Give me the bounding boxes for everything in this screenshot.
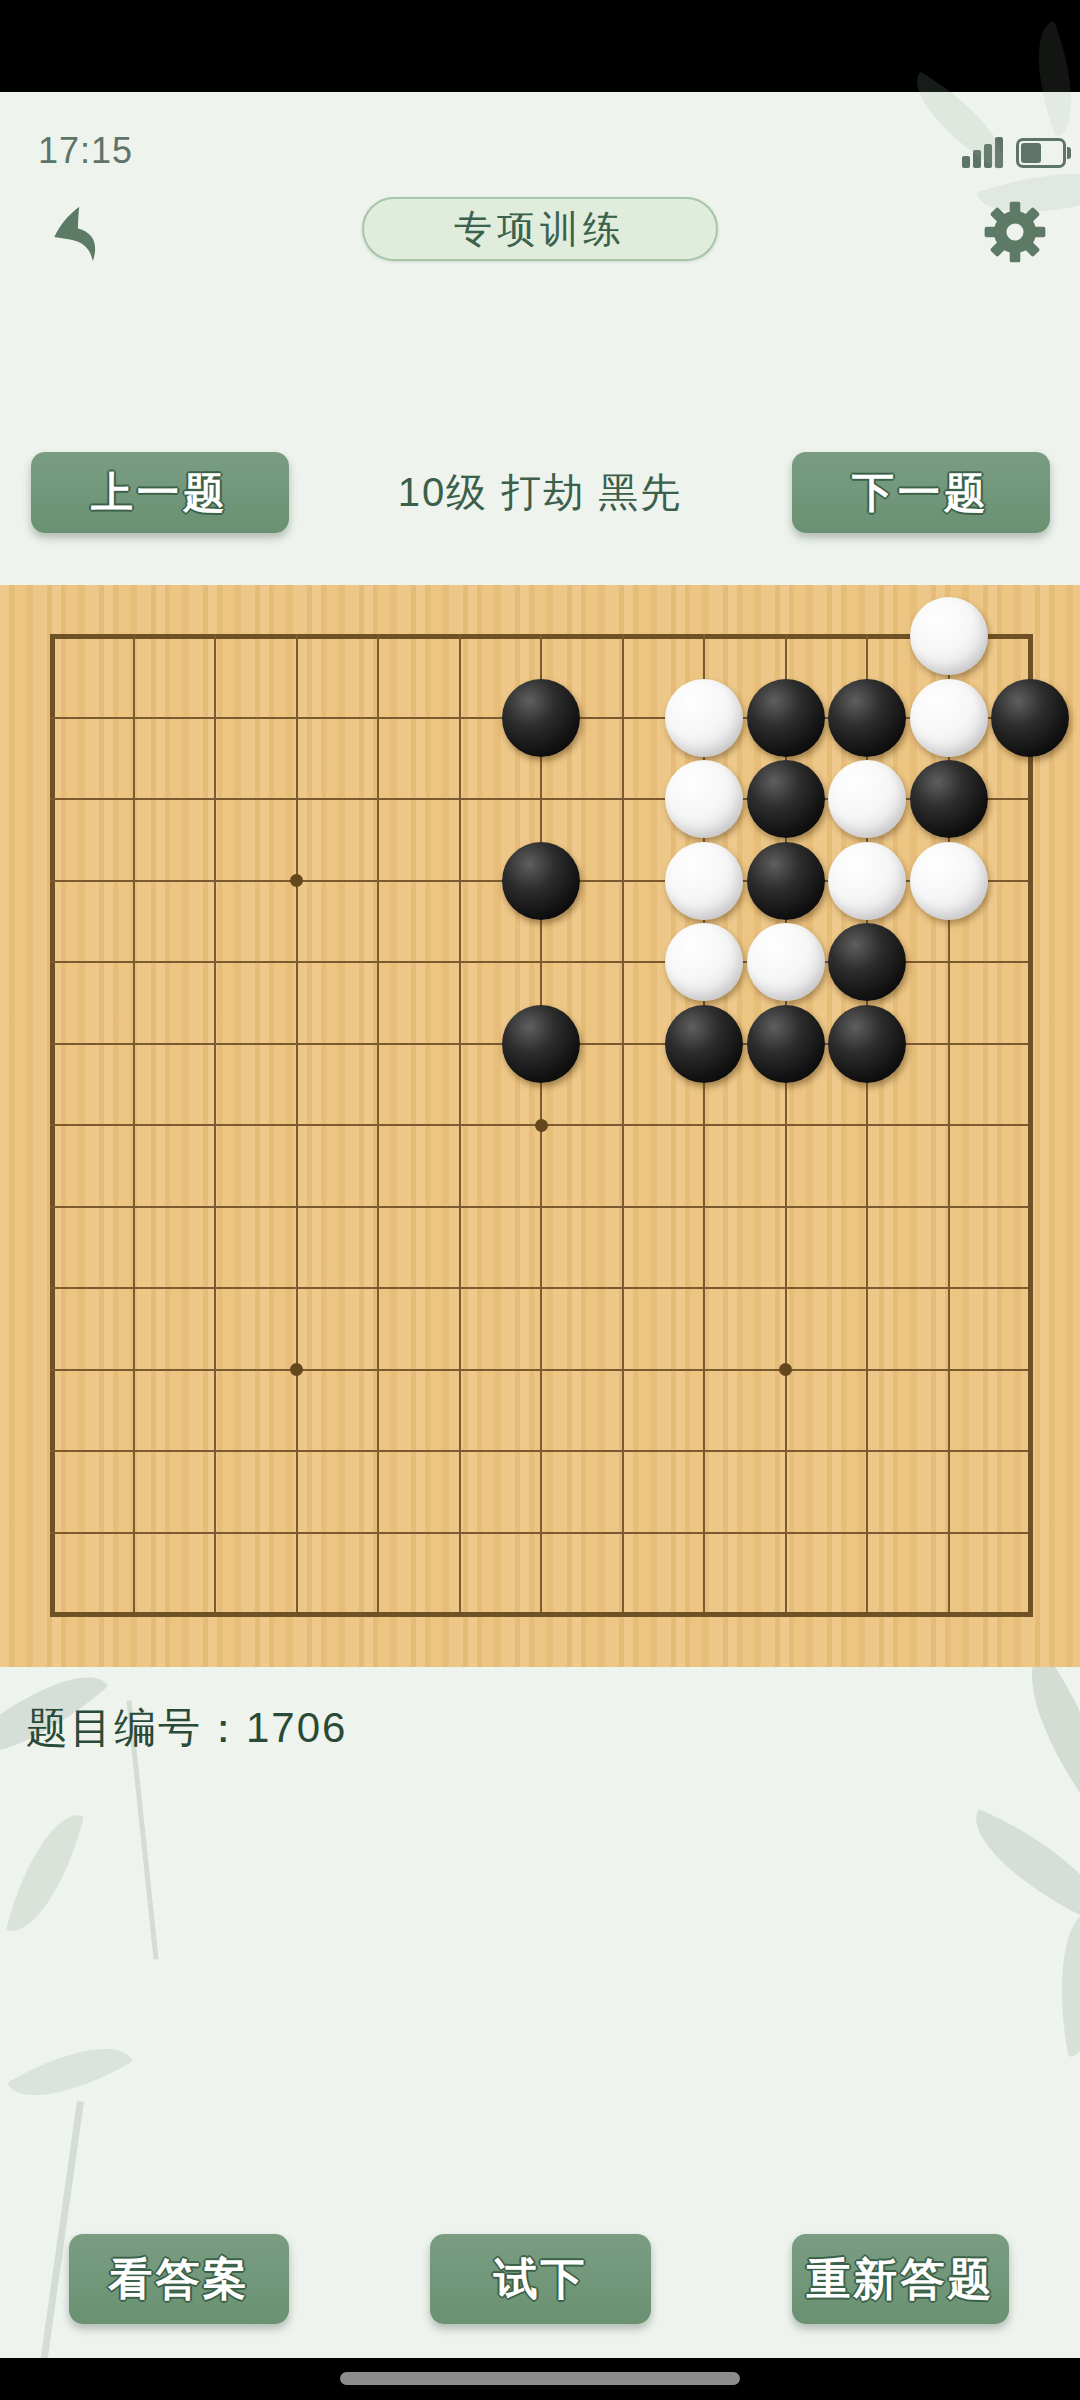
try-move-button[interactable]: 试下 [430, 2234, 651, 2324]
black-stone[interactable] [502, 679, 580, 757]
home-indicator[interactable] [340, 2372, 740, 2385]
go-board[interactable] [0, 585, 1080, 1667]
white-stone[interactable] [828, 842, 906, 920]
white-stone[interactable] [665, 842, 743, 920]
black-stone[interactable] [910, 760, 988, 838]
page-title: 专项训练 [454, 204, 626, 255]
black-stone[interactable] [502, 1005, 580, 1083]
white-stone[interactable] [910, 679, 988, 757]
white-stone[interactable] [747, 923, 825, 1001]
battery-icon [1016, 138, 1066, 168]
grid-line-vertical [622, 634, 624, 1617]
battery-fill [1021, 143, 1041, 163]
header: 专项训练 [0, 185, 1080, 295]
black-stone[interactable] [991, 679, 1069, 757]
page-title-pill: 专项训练 [362, 197, 718, 261]
problem-number-label: 题目编号：1706 [26, 1700, 347, 1756]
grid-line-horizontal [50, 1369, 1033, 1371]
black-stone[interactable] [747, 842, 825, 920]
notch-bar [0, 0, 1080, 92]
white-stone[interactable] [665, 923, 743, 1001]
black-stone[interactable] [665, 1005, 743, 1083]
star-point [779, 1363, 792, 1376]
grid-line-horizontal [50, 1287, 1033, 1289]
black-stone[interactable] [747, 760, 825, 838]
white-stone[interactable] [828, 760, 906, 838]
grid-line-vertical [1028, 634, 1033, 1617]
white-stone[interactable] [910, 597, 988, 675]
bottom-nav-bar [0, 2358, 1080, 2400]
black-stone[interactable] [828, 1005, 906, 1083]
status-bar: 17:15 [0, 92, 1080, 172]
white-stone[interactable] [910, 842, 988, 920]
show-answer-button[interactable]: 看答案 [69, 2234, 289, 2324]
black-stone[interactable] [747, 1005, 825, 1083]
white-stone[interactable] [665, 760, 743, 838]
star-point [535, 1119, 548, 1132]
app-screen: 17:15 专项训练 [0, 0, 1080, 2400]
settings-gear-icon[interactable] [982, 199, 1048, 265]
black-stone[interactable] [747, 679, 825, 757]
black-stone[interactable] [828, 923, 906, 1001]
problem-info-label: 10级 打劫 黑先 [320, 452, 760, 533]
white-stone[interactable] [665, 679, 743, 757]
back-button[interactable] [36, 203, 110, 265]
battery-nub [1067, 147, 1071, 159]
grid-line-horizontal [50, 1450, 1033, 1452]
star-point [290, 874, 303, 887]
grid-line-horizontal [50, 1206, 1033, 1208]
black-stone[interactable] [828, 679, 906, 757]
star-point [290, 1363, 303, 1376]
grid-line-horizontal [50, 1532, 1033, 1534]
previous-problem-button[interactable]: 上一题 [31, 452, 289, 533]
retry-problem-button[interactable]: 重新答题 [792, 2234, 1009, 2324]
next-problem-button[interactable]: 下一题 [792, 452, 1050, 533]
signal-bars-icon [962, 136, 1006, 168]
black-stone[interactable] [502, 842, 580, 920]
status-time: 17:15 [38, 130, 133, 172]
grid-line-horizontal [50, 1612, 1033, 1617]
